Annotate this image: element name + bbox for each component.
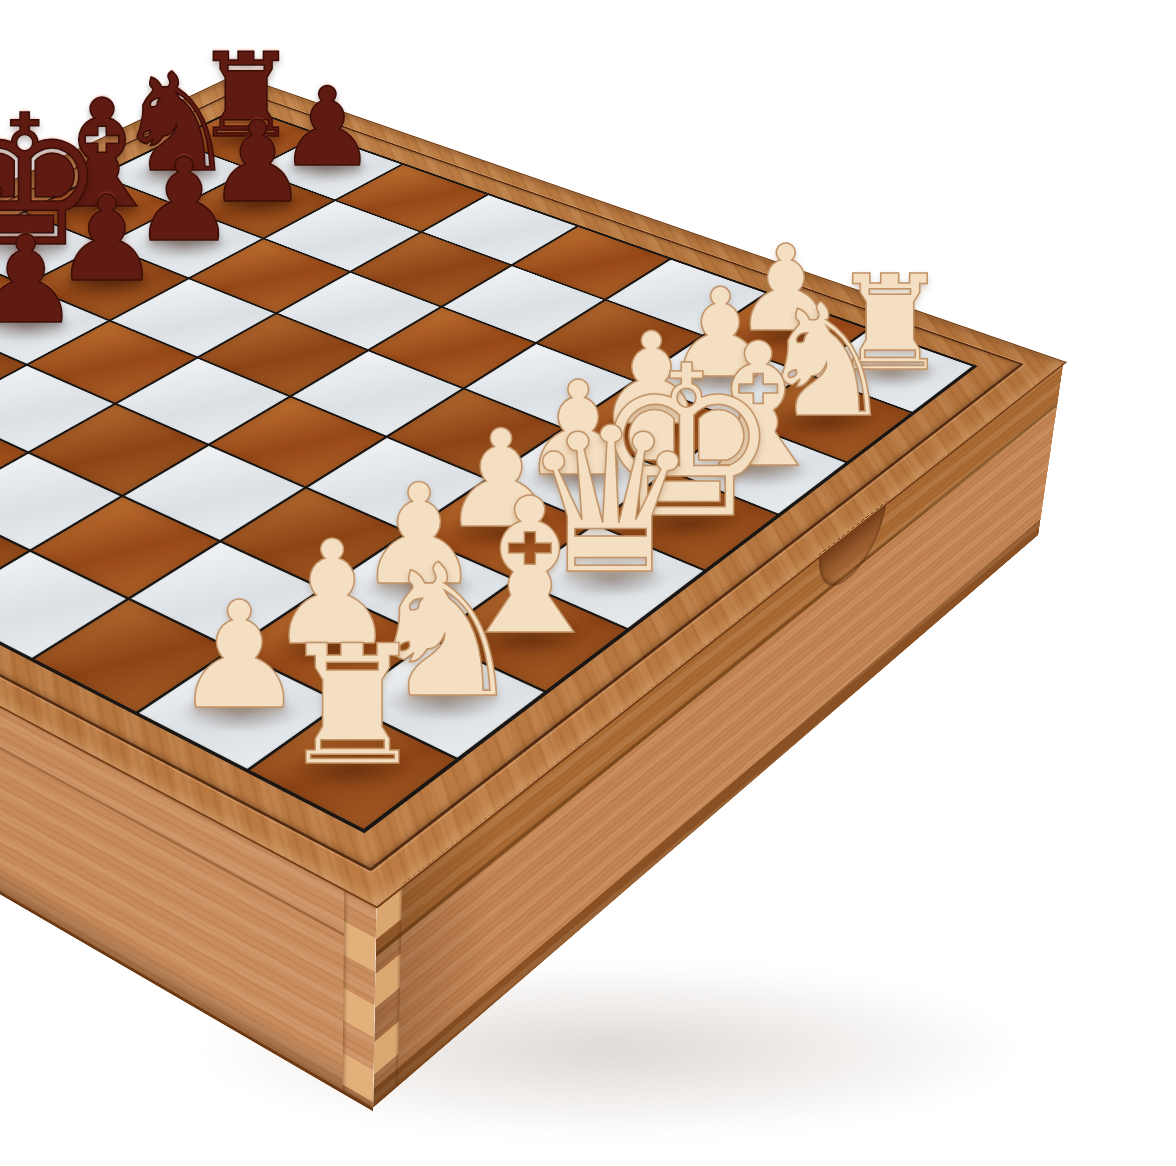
finger-joints-icon <box>373 884 402 1108</box>
chess-box <box>0 75 1064 905</box>
chess-box-photo: ♜♟♟♜♞♟♟♞♝♟♟♝♚♟♟♚♛♟♟♛♝♟♟♝♞♟♟♞♜♟♟♜ <box>0 0 1176 1166</box>
finger-joints-icon <box>342 887 376 1107</box>
scene <box>0 0 1176 1166</box>
